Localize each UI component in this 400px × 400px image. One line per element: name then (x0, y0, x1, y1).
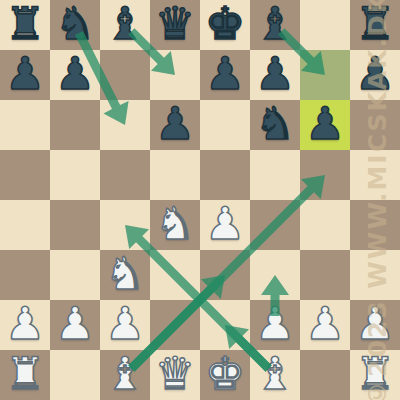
piece-black-pawn[interactable]: ♟ (155, 99, 195, 149)
chess-board: ♜♞♝♛♚♝♜♟♟♟♟♟♟♞♟♞♟♞♟♟♟♟♟♟♜♝♛♚♝♜ ©2023 WWW… (0, 0, 400, 400)
piece-black-knight[interactable]: ♞ (255, 99, 295, 149)
square-g8[interactable] (300, 0, 350, 50)
square-f5[interactable] (250, 150, 300, 200)
square-b3[interactable] (50, 250, 100, 300)
piece-black-pawn[interactable]: ♟ (355, 49, 395, 99)
piece-black-bishop[interactable]: ♝ (255, 0, 295, 49)
square-a3[interactable] (0, 250, 50, 300)
square-h8[interactable]: ♜ (350, 0, 400, 50)
piece-white-rook[interactable]: ♜ (5, 349, 45, 399)
piece-white-bishop[interactable]: ♝ (105, 349, 145, 399)
square-d1[interactable]: ♛ (150, 350, 200, 400)
piece-white-pawn[interactable]: ♟ (205, 199, 245, 249)
square-e3[interactable] (200, 250, 250, 300)
square-d4[interactable]: ♞ (150, 200, 200, 250)
square-f4[interactable] (250, 200, 300, 250)
square-d7[interactable] (150, 50, 200, 100)
piece-white-knight[interactable]: ♞ (155, 199, 195, 249)
square-c3[interactable]: ♞ (100, 250, 150, 300)
piece-black-rook[interactable]: ♜ (355, 0, 395, 49)
square-f2[interactable]: ♟ (250, 300, 300, 350)
square-d6[interactable]: ♟ (150, 100, 200, 150)
square-b1[interactable] (50, 350, 100, 400)
piece-white-rook[interactable]: ♜ (355, 349, 395, 399)
square-d8[interactable]: ♛ (150, 0, 200, 50)
square-c6[interactable] (100, 100, 150, 150)
square-g4[interactable] (300, 200, 350, 250)
piece-white-knight[interactable]: ♞ (105, 249, 145, 299)
square-a7[interactable]: ♟ (0, 50, 50, 100)
square-f1[interactable]: ♝ (250, 350, 300, 400)
square-a4[interactable] (0, 200, 50, 250)
square-f6[interactable]: ♞ (250, 100, 300, 150)
square-b5[interactable] (50, 150, 100, 200)
square-f7[interactable]: ♟ (250, 50, 300, 100)
square-e4[interactable]: ♟ (200, 200, 250, 250)
square-c8[interactable]: ♝ (100, 0, 150, 50)
piece-black-pawn[interactable]: ♟ (5, 49, 45, 99)
square-g7[interactable] (300, 50, 350, 100)
square-a8[interactable]: ♜ (0, 0, 50, 50)
square-e7[interactable]: ♟ (200, 50, 250, 100)
square-h1[interactable]: ♜ (350, 350, 400, 400)
piece-white-pawn[interactable]: ♟ (255, 299, 295, 349)
piece-white-bishop[interactable]: ♝ (255, 349, 295, 399)
square-a1[interactable]: ♜ (0, 350, 50, 400)
piece-black-pawn[interactable]: ♟ (305, 99, 345, 149)
piece-black-king[interactable]: ♚ (205, 0, 245, 49)
piece-black-queen[interactable]: ♛ (155, 0, 195, 49)
square-h5[interactable] (350, 150, 400, 200)
square-a6[interactable] (0, 100, 50, 150)
piece-black-rook[interactable]: ♜ (5, 0, 45, 49)
square-a5[interactable] (0, 150, 50, 200)
square-e6[interactable] (200, 100, 250, 150)
square-c1[interactable]: ♝ (100, 350, 150, 400)
piece-black-bishop[interactable]: ♝ (105, 0, 145, 49)
square-c4[interactable] (100, 200, 150, 250)
square-e1[interactable]: ♚ (200, 350, 250, 400)
piece-black-knight[interactable]: ♞ (55, 0, 95, 49)
square-g5[interactable] (300, 150, 350, 200)
square-b2[interactable]: ♟ (50, 300, 100, 350)
square-h2[interactable]: ♟ (350, 300, 400, 350)
square-c2[interactable]: ♟ (100, 300, 150, 350)
piece-white-pawn[interactable]: ♟ (105, 299, 145, 349)
square-c7[interactable] (100, 50, 150, 100)
square-e8[interactable]: ♚ (200, 0, 250, 50)
square-g1[interactable] (300, 350, 350, 400)
piece-white-king[interactable]: ♚ (205, 349, 245, 399)
square-g6[interactable]: ♟ (300, 100, 350, 150)
square-b6[interactable] (50, 100, 100, 150)
square-f8[interactable]: ♝ (250, 0, 300, 50)
piece-white-pawn[interactable]: ♟ (5, 299, 45, 349)
piece-white-pawn[interactable]: ♟ (305, 299, 345, 349)
square-h7[interactable]: ♟ (350, 50, 400, 100)
square-b8[interactable]: ♞ (50, 0, 100, 50)
square-a2[interactable]: ♟ (0, 300, 50, 350)
square-h6[interactable] (350, 100, 400, 150)
square-e5[interactable] (200, 150, 250, 200)
square-b7[interactable]: ♟ (50, 50, 100, 100)
piece-black-pawn[interactable]: ♟ (255, 49, 295, 99)
piece-black-pawn[interactable]: ♟ (205, 49, 245, 99)
square-e2[interactable] (200, 300, 250, 350)
square-d2[interactable] (150, 300, 200, 350)
piece-white-pawn[interactable]: ♟ (55, 299, 95, 349)
square-g3[interactable] (300, 250, 350, 300)
square-g2[interactable]: ♟ (300, 300, 350, 350)
square-b4[interactable] (50, 200, 100, 250)
piece-black-pawn[interactable]: ♟ (55, 49, 95, 99)
piece-white-pawn[interactable]: ♟ (355, 299, 395, 349)
square-h4[interactable] (350, 200, 400, 250)
square-c5[interactable] (100, 150, 150, 200)
square-d3[interactable] (150, 250, 200, 300)
piece-white-queen[interactable]: ♛ (155, 349, 195, 399)
square-h3[interactable] (350, 250, 400, 300)
square-f3[interactable] (250, 250, 300, 300)
board-squares: ♜♞♝♛♚♝♜♟♟♟♟♟♟♞♟♞♟♞♟♟♟♟♟♟♜♝♛♚♝♜ (0, 0, 400, 400)
square-d5[interactable] (150, 150, 200, 200)
